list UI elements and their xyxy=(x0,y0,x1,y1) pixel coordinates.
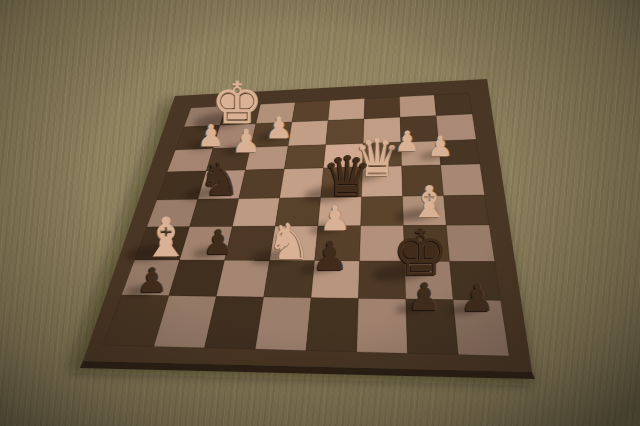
dark-pawn-a3[interactable]: ♟ xyxy=(137,263,167,297)
white-knight-d3[interactable]: ♞ xyxy=(267,217,312,267)
square-c5[interactable] xyxy=(239,169,285,199)
square-h3[interactable] xyxy=(446,225,494,262)
white-pawn-h6[interactable]: ♟ xyxy=(427,133,452,161)
square-h8[interactable] xyxy=(434,93,472,116)
square-d1[interactable] xyxy=(255,297,311,350)
square-d8[interactable] xyxy=(292,101,330,123)
square-g8[interactable] xyxy=(400,95,437,117)
square-d5[interactable] xyxy=(280,168,324,198)
square-h4[interactable] xyxy=(444,195,490,225)
square-f1[interactable] xyxy=(357,298,408,353)
white-pawn-e4[interactable]: ♟ xyxy=(320,201,350,235)
dark-pawn-h2[interactable]: ♟ xyxy=(460,279,494,317)
dark-pawn-g2[interactable]: ♟ xyxy=(407,278,441,316)
dark-knight-b5[interactable]: ♞ xyxy=(198,156,239,202)
square-d7[interactable] xyxy=(288,121,328,147)
dark-pawn-b4[interactable]: ♟ xyxy=(203,225,233,259)
square-d6[interactable] xyxy=(284,145,325,169)
white-bishop-a4[interactable]: ♝ xyxy=(142,211,190,265)
chess-scene: ♚♟♟♟♛♟♟♞♛♝♟♟♝♞♟♚♟♟♟ xyxy=(0,0,640,426)
square-c2[interactable] xyxy=(216,260,269,297)
square-e1[interactable] xyxy=(306,298,358,352)
square-e8[interactable] xyxy=(328,99,365,121)
white-pawn-g6[interactable]: ♟ xyxy=(394,128,419,156)
dark-pawn-e3[interactable]: ♟ xyxy=(312,236,348,276)
square-f8[interactable] xyxy=(364,97,400,119)
white-pawn-a7[interactable]: ♟ xyxy=(198,121,225,151)
dark-queen-e5[interactable]: ♛ xyxy=(322,149,372,205)
white-pawn-c7[interactable]: ♟ xyxy=(266,113,293,143)
